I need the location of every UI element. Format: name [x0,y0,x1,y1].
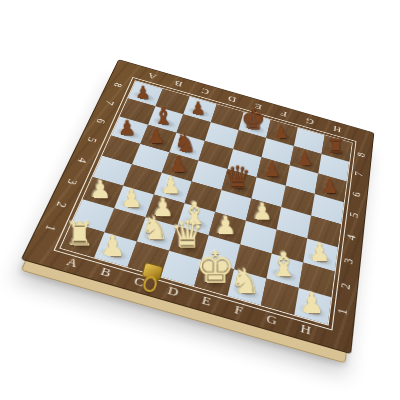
piece-light-pawn-f4: ♟ [246,200,278,224]
piece-light-bishop-g2: ♝ [267,248,301,282]
piece-dark-pawn-h6: ♟ [315,176,345,196]
piece-light-pawn-a3: ♟ [84,177,117,202]
piece-dark-pawn-a6: ♟ [112,118,142,138]
square-f1: ♞ [228,269,267,305]
piece-dark-rook-h8: ♜ [322,136,351,156]
piece-dark-king-e8: ♚ [239,106,268,134]
product-photo-chess-box: ABCDEFGH ABCDEFGH 87654321 87654321 ♟♟♚♟… [0,0,400,400]
piece-dark-pawn-a8: ♟ [129,84,158,102]
piece-dark-pawn-g7: ♟ [290,149,319,168]
piece-light-knight-c2: ♞ [138,212,172,244]
square-h1: ♟ [294,288,331,325]
piece-dark-pawn-c8: ♟ [184,100,213,118]
square-e5: ♛ [222,169,257,199]
piece-light-pawn-h3: ♟ [303,240,336,265]
piece-light-rook-a1: ♜ [63,218,97,251]
piece-dark-pawn-b6: ♟ [141,127,171,147]
piece-light-pawn-h1: ♟ [295,289,330,318]
piece-light-knight-f1: ♞ [228,264,262,298]
piece-dark-pawn-f6: ♟ [257,160,287,180]
piece-light-king-e1: ♚ [195,245,229,289]
piece-dark-pawn-f8: ♟ [266,123,295,141]
board-tilt: ABCDEFGH ABCDEFGH 87654321 87654321 ♟♟♚♟… [21,59,375,354]
piece-light-pawn-b3: ♟ [115,186,148,211]
board-scene: ABCDEFGH ABCDEFGH 87654321 87654321 ♟♟♚♟… [34,2,400,373]
piece-light-pawn-e3: ♟ [209,213,242,238]
piece-light-pawn-b1: ♟ [96,232,131,261]
piece-dark-queen-e5: ♛ [222,162,253,193]
board-frame: ABCDEFGH ABCDEFGH 87654321 87654321 ♟♟♚♟… [21,59,375,354]
